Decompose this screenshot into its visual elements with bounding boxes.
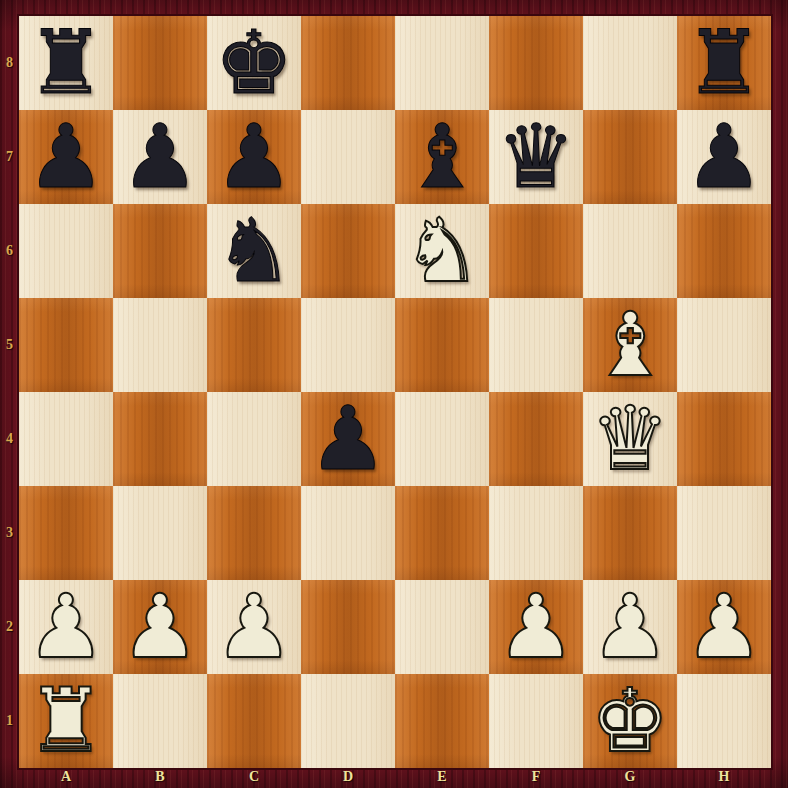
square-d6[interactable] — [301, 204, 395, 298]
square-a6[interactable] — [19, 204, 113, 298]
square-a1[interactable]: ♜ — [19, 674, 113, 768]
square-f7[interactable]: ♛ — [489, 110, 583, 204]
square-c8[interactable]: ♚ — [207, 16, 301, 110]
square-g2[interactable]: ♟ — [583, 580, 677, 674]
square-h6[interactable] — [677, 204, 771, 298]
square-b1[interactable] — [113, 674, 207, 768]
square-e5[interactable] — [395, 298, 489, 392]
square-h3[interactable] — [677, 486, 771, 580]
square-f5[interactable] — [489, 298, 583, 392]
piece-black-rook-a8[interactable]: ♜ — [19, 16, 113, 110]
piece-white-bishop-g5[interactable]: ♝ — [583, 298, 677, 392]
square-a2[interactable]: ♟ — [19, 580, 113, 674]
square-e8[interactable] — [395, 16, 489, 110]
piece-black-queen-f7[interactable]: ♛ — [489, 110, 583, 204]
square-g6[interactable] — [583, 204, 677, 298]
square-f4[interactable] — [489, 392, 583, 486]
piece-white-pawn-f2[interactable]: ♟ — [489, 580, 583, 674]
square-d5[interactable] — [301, 298, 395, 392]
square-h7[interactable]: ♟ — [677, 110, 771, 204]
square-h8[interactable]: ♜ — [677, 16, 771, 110]
file-label-b: B — [113, 766, 207, 788]
piece-black-pawn-c7[interactable]: ♟ — [207, 110, 301, 204]
square-d7[interactable] — [301, 110, 395, 204]
square-c5[interactable] — [207, 298, 301, 392]
square-c6[interactable]: ♞ — [207, 204, 301, 298]
square-a7[interactable]: ♟ — [19, 110, 113, 204]
square-f3[interactable] — [489, 486, 583, 580]
piece-black-pawn-h7[interactable]: ♟ — [677, 110, 771, 204]
square-f2[interactable]: ♟ — [489, 580, 583, 674]
square-d4[interactable]: ♟ — [301, 392, 395, 486]
piece-white-queen-g4[interactable]: ♛ — [583, 392, 677, 486]
piece-black-king-c8[interactable]: ♚ — [207, 16, 301, 110]
rank-label-8: 8 — [0, 16, 19, 110]
square-g7[interactable] — [583, 110, 677, 204]
square-e6[interactable]: ♞ — [395, 204, 489, 298]
square-g1[interactable]: ♚ — [583, 674, 677, 768]
square-f1[interactable] — [489, 674, 583, 768]
square-e2[interactable] — [395, 580, 489, 674]
square-d1[interactable] — [301, 674, 395, 768]
square-h5[interactable] — [677, 298, 771, 392]
square-a5[interactable] — [19, 298, 113, 392]
square-d8[interactable] — [301, 16, 395, 110]
square-b3[interactable] — [113, 486, 207, 580]
square-c3[interactable] — [207, 486, 301, 580]
square-e3[interactable] — [395, 486, 489, 580]
piece-black-knight-c6[interactable]: ♞ — [207, 204, 301, 298]
square-a8[interactable]: ♜ — [19, 16, 113, 110]
square-e1[interactable] — [395, 674, 489, 768]
file-label-c: C — [207, 766, 301, 788]
piece-white-pawn-a2[interactable]: ♟ — [19, 580, 113, 674]
piece-white-rook-a1[interactable]: ♜ — [19, 674, 113, 768]
square-a4[interactable] — [19, 392, 113, 486]
square-e4[interactable] — [395, 392, 489, 486]
rank-label-3: 3 — [0, 486, 19, 580]
piece-white-pawn-g2[interactable]: ♟ — [583, 580, 677, 674]
square-b5[interactable] — [113, 298, 207, 392]
square-h2[interactable]: ♟ — [677, 580, 771, 674]
file-label-h: H — [677, 766, 771, 788]
piece-white-knight-e6[interactable]: ♞ — [395, 204, 489, 298]
piece-white-pawn-h2[interactable]: ♟ — [677, 580, 771, 674]
file-label-f: F — [489, 766, 583, 788]
piece-black-pawn-a7[interactable]: ♟ — [19, 110, 113, 204]
square-g4[interactable]: ♛ — [583, 392, 677, 486]
square-g3[interactable] — [583, 486, 677, 580]
square-c1[interactable] — [207, 674, 301, 768]
square-b2[interactable]: ♟ — [113, 580, 207, 674]
piece-black-bishop-e7[interactable]: ♝ — [395, 110, 489, 204]
piece-black-pawn-b7[interactable]: ♟ — [113, 110, 207, 204]
rank-label-2: 2 — [0, 580, 19, 674]
chess-board: ♜♚♜♟♟♟♝♛♟♞♞♝♟♛♟♟♟♟♟♟♜♚ — [19, 16, 771, 768]
piece-white-pawn-c2[interactable]: ♟ — [207, 580, 301, 674]
square-g5[interactable]: ♝ — [583, 298, 677, 392]
piece-black-pawn-d4[interactable]: ♟ — [301, 392, 395, 486]
rank-label-5: 5 — [0, 298, 19, 392]
square-c2[interactable]: ♟ — [207, 580, 301, 674]
piece-white-king-g1[interactable]: ♚ — [583, 674, 677, 768]
board-frame: 87654321 ABCDEFGH ♜♚♜♟♟♟♝♛♟♞♞♝♟♛♟♟♟♟♟♟♜♚ — [0, 0, 788, 788]
square-b8[interactable] — [113, 16, 207, 110]
piece-black-rook-h8[interactable]: ♜ — [677, 16, 771, 110]
square-b7[interactable]: ♟ — [113, 110, 207, 204]
piece-white-pawn-b2[interactable]: ♟ — [113, 580, 207, 674]
square-c7[interactable]: ♟ — [207, 110, 301, 204]
square-h4[interactable] — [677, 392, 771, 486]
square-e7[interactable]: ♝ — [395, 110, 489, 204]
rank-label-4: 4 — [0, 392, 19, 486]
rank-label-6: 6 — [0, 204, 19, 298]
square-a3[interactable] — [19, 486, 113, 580]
square-b4[interactable] — [113, 392, 207, 486]
square-c4[interactable] — [207, 392, 301, 486]
square-f6[interactable] — [489, 204, 583, 298]
rank-label-7: 7 — [0, 110, 19, 204]
square-b6[interactable] — [113, 204, 207, 298]
square-d3[interactable] — [301, 486, 395, 580]
square-g8[interactable] — [583, 16, 677, 110]
square-f8[interactable] — [489, 16, 583, 110]
rank-labels: 87654321 — [0, 16, 19, 768]
file-label-d: D — [301, 766, 395, 788]
file-label-e: E — [395, 766, 489, 788]
square-d2[interactable] — [301, 580, 395, 674]
square-h1[interactable] — [677, 674, 771, 768]
rank-label-1: 1 — [0, 674, 19, 768]
